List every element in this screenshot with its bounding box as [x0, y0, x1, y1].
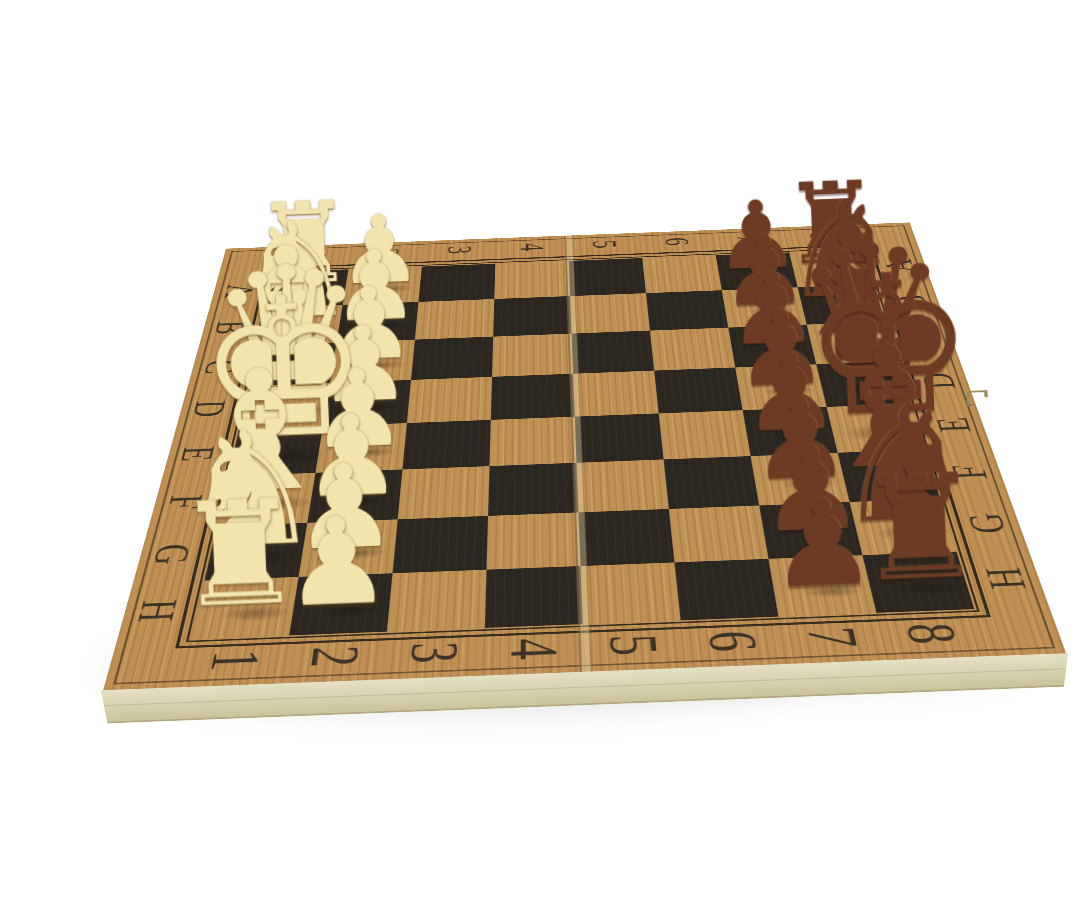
square-a5[interactable] — [569, 258, 646, 296]
square-b5[interactable] — [570, 293, 650, 333]
square-a6[interactable] — [642, 255, 722, 293]
square-g5[interactable] — [578, 509, 674, 566]
square-c5[interactable] — [572, 331, 655, 374]
piece-dark-rook-h8[interactable]: ♜ — [836, 453, 1003, 603]
square-h5[interactable] — [580, 562, 680, 624]
chess-board: 1122334455667788AABBCCDDEEFFGGHH ♜♟♟♜♞♟♟… — [103, 222, 1066, 690]
square-f4[interactable] — [488, 463, 578, 516]
square-f5[interactable] — [576, 459, 668, 512]
square-h4[interactable] — [485, 566, 583, 628]
square-e5[interactable] — [575, 413, 664, 462]
square-c4[interactable] — [492, 334, 573, 377]
square-a3[interactable] — [418, 264, 495, 302]
square-d4[interactable] — [491, 374, 575, 420]
scene-tilt: 1122334455667788AABBCCDDEEFFGGHH ♜♟♟♜♞♟♟… — [0, 0, 1080, 901]
square-g4[interactable] — [486, 512, 580, 569]
square-b6[interactable] — [646, 290, 728, 330]
square-b3[interactable] — [415, 299, 494, 340]
piece-light-pawn-h2[interactable]: ♟ — [254, 499, 420, 625]
square-d5[interactable] — [573, 371, 659, 417]
chess-board-photo: 1122334455667788AABBCCDDEEFFGGHH ♜♟♟♜♞♟♟… — [0, 0, 1080, 901]
square-e4[interactable] — [489, 417, 576, 466]
square-b4[interactable] — [493, 296, 571, 337]
square-a4[interactable] — [494, 261, 570, 299]
